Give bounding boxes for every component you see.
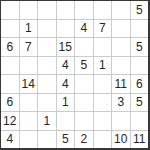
clue-cell-r4c4[interactable]: 4 xyxy=(57,57,75,75)
empty-cell-r2c3[interactable] xyxy=(38,20,56,38)
empty-cell-r3c3[interactable] xyxy=(38,38,56,56)
empty-cell-r4c8[interactable] xyxy=(131,57,149,75)
empty-cell-r3c7[interactable] xyxy=(112,38,130,56)
clue-cell-r5c7[interactable]: 11 xyxy=(112,75,130,93)
clue-cell-r2c5[interactable]: 4 xyxy=(75,20,93,38)
clue-cell-r4c6[interactable]: 1 xyxy=(94,57,112,75)
clue-cell-r6c7[interactable]: 3 xyxy=(112,94,130,112)
clue-cell-r5c4[interactable]: 4 xyxy=(57,75,75,93)
empty-cell-r8c3[interactable] xyxy=(38,131,56,149)
empty-cell-r2c1[interactable] xyxy=(1,20,19,38)
empty-cell-r1c6[interactable] xyxy=(94,1,112,19)
empty-cell-r1c3[interactable] xyxy=(38,1,56,19)
empty-cell-r4c1[interactable] xyxy=(1,57,19,75)
empty-cell-r1c5[interactable] xyxy=(75,1,93,19)
empty-cell-r8c2[interactable] xyxy=(20,131,38,149)
empty-cell-r7c5[interactable] xyxy=(75,112,93,130)
empty-cell-r4c7[interactable] xyxy=(112,57,130,75)
empty-cell-r8c6[interactable] xyxy=(94,131,112,149)
empty-cell-r3c5[interactable] xyxy=(75,38,93,56)
clue-cell-r1c8[interactable]: 5 xyxy=(131,1,149,19)
empty-cell-r4c2[interactable] xyxy=(20,57,38,75)
empty-cell-r1c4[interactable] xyxy=(57,1,75,19)
clue-cell-r3c8[interactable]: 5 xyxy=(131,38,149,56)
empty-cell-r7c4[interactable] xyxy=(57,112,75,130)
empty-cell-r1c1[interactable] xyxy=(1,1,19,19)
clue-cell-r5c2[interactable]: 14 xyxy=(20,75,38,93)
clue-cell-r3c4[interactable]: 15 xyxy=(57,38,75,56)
clue-cell-r7c1[interactable]: 12 xyxy=(1,112,19,130)
clue-cell-r3c2[interactable]: 7 xyxy=(20,38,38,56)
empty-cell-r4c3[interactable] xyxy=(38,57,56,75)
clue-cell-r7c3[interactable]: 1 xyxy=(38,112,56,130)
empty-cell-r2c4[interactable] xyxy=(57,20,75,38)
empty-cell-r5c5[interactable] xyxy=(75,75,93,93)
empty-cell-r1c7[interactable] xyxy=(112,1,130,19)
empty-cell-r1c2[interactable] xyxy=(20,1,38,19)
clue-cell-r6c4[interactable]: 1 xyxy=(57,94,75,112)
empty-cell-r3c6[interactable] xyxy=(94,38,112,56)
clue-cell-r8c8[interactable]: 11 xyxy=(131,131,149,149)
clue-cell-r2c2[interactable]: 1 xyxy=(20,20,38,38)
empty-cell-r5c1[interactable] xyxy=(1,75,19,93)
empty-cell-r2c8[interactable] xyxy=(131,20,149,38)
empty-cell-r6c5[interactable] xyxy=(75,94,93,112)
empty-cell-r5c3[interactable] xyxy=(38,75,56,93)
empty-cell-r6c6[interactable] xyxy=(94,94,112,112)
clue-cell-r8c4[interactable]: 5 xyxy=(57,131,75,149)
empty-cell-r2c7[interactable] xyxy=(112,20,130,38)
clue-cell-r2c6[interactable]: 7 xyxy=(94,20,112,38)
empty-cell-r7c8[interactable] xyxy=(131,112,149,130)
empty-cell-r6c3[interactable] xyxy=(38,94,56,112)
empty-cell-r7c2[interactable] xyxy=(20,112,38,130)
clue-cell-r8c5[interactable]: 2 xyxy=(75,131,93,149)
clue-cell-r3c1[interactable]: 6 xyxy=(1,38,19,56)
empty-cell-r7c6[interactable] xyxy=(94,112,112,130)
clue-cell-r6c1[interactable]: 6 xyxy=(1,94,19,112)
empty-cell-r7c7[interactable] xyxy=(112,112,130,130)
empty-cell-r6c2[interactable] xyxy=(20,94,38,112)
clue-cell-r6c8[interactable]: 5 xyxy=(131,94,149,112)
clue-cell-r8c1[interactable]: 4 xyxy=(1,131,19,149)
empty-cell-r5c6[interactable] xyxy=(94,75,112,93)
clue-cell-r8c7[interactable]: 10 xyxy=(112,131,130,149)
clue-cell-r4c5[interactable]: 5 xyxy=(75,57,93,75)
clue-cell-r5c8[interactable]: 6 xyxy=(131,75,149,93)
kuromasu-board: 51476715545114411661351214521011 xyxy=(0,0,150,150)
